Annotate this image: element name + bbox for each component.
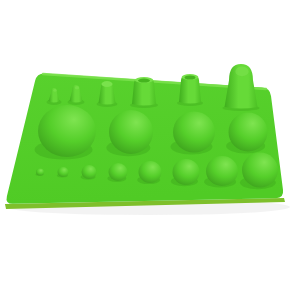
post-frustum-5 bbox=[177, 74, 203, 106]
post-frustum-4-top-dimple bbox=[138, 79, 150, 83]
post-nub-1-top-highlight bbox=[53, 89, 56, 92]
dome-small-6-dome bbox=[173, 159, 200, 185]
dome-small-3-dome bbox=[82, 165, 97, 179]
post-frustum-5-top-dimple bbox=[185, 76, 196, 80]
mold-tray-graphic bbox=[0, 0, 300, 300]
product-photo bbox=[0, 0, 300, 300]
post-cylinder-3-top-cap bbox=[102, 81, 113, 87]
post-tall-cyl-6 bbox=[223, 64, 260, 111]
dome-large-3-dome bbox=[173, 112, 215, 153]
dome-large-2-dome bbox=[109, 110, 153, 154]
post-nub-2-top-highlight bbox=[75, 86, 79, 90]
dome-small-4-dome bbox=[109, 163, 128, 181]
dome-large-4-dome bbox=[229, 113, 268, 152]
dome-small-7-dome bbox=[206, 156, 238, 186]
dome-small-5-dome bbox=[139, 161, 162, 183]
dome-small-1-dome bbox=[36, 169, 44, 176]
dome-small-2-dome bbox=[58, 167, 69, 177]
dome-large-1-dome bbox=[38, 105, 96, 157]
dome-small-8-dome bbox=[242, 153, 278, 188]
post-tall-cyl-6-top-highlight bbox=[235, 67, 248, 77]
